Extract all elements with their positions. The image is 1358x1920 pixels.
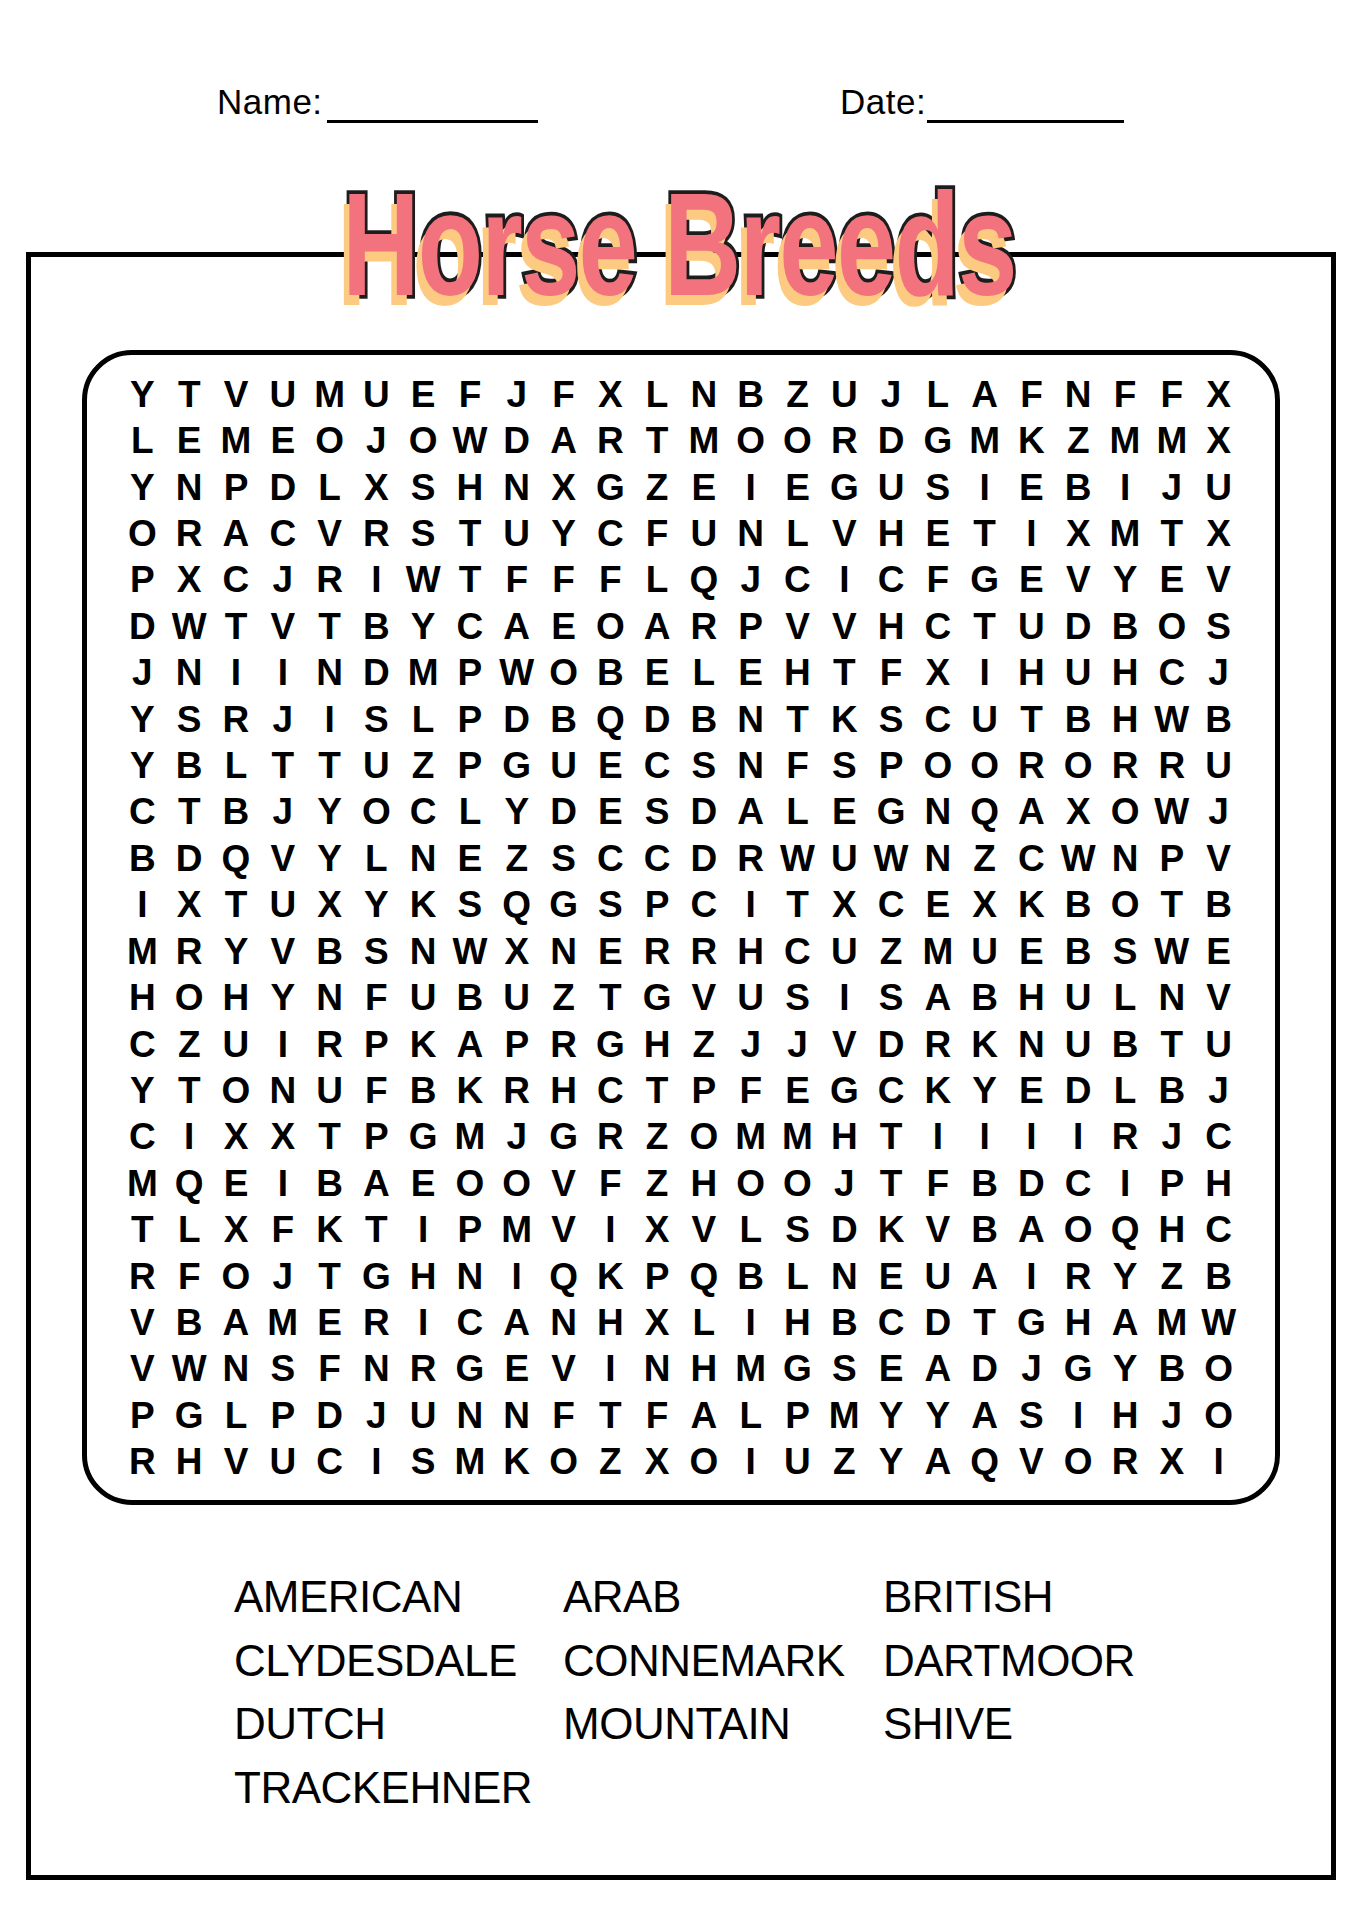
grid-cell[interactable]: T bbox=[306, 1253, 353, 1299]
grid-cell[interactable]: U bbox=[493, 510, 540, 556]
grid-cell[interactable]: L bbox=[727, 1392, 774, 1438]
grid-cell[interactable]: O bbox=[353, 789, 400, 835]
grid-cell[interactable]: Q bbox=[166, 1160, 213, 1206]
grid-cell[interactable]: H bbox=[166, 1439, 213, 1485]
grid-cell[interactable]: C bbox=[587, 1067, 634, 1113]
grid-cell[interactable]: J bbox=[727, 1021, 774, 1067]
grid-cell[interactable]: C bbox=[681, 882, 728, 928]
grid-cell[interactable]: U bbox=[259, 1439, 306, 1485]
grid-cell[interactable]: U bbox=[1055, 1021, 1102, 1067]
grid-cell[interactable]: G bbox=[914, 417, 961, 463]
grid-cell[interactable]: A bbox=[681, 1392, 728, 1438]
grid-cell[interactable]: Z bbox=[166, 1021, 213, 1067]
grid-cell[interactable]: P bbox=[447, 1207, 494, 1253]
grid-cell[interactable]: V bbox=[681, 1207, 728, 1253]
grid-cell[interactable]: F bbox=[447, 371, 494, 417]
grid-cell[interactable]: O bbox=[213, 1253, 260, 1299]
grid-cell[interactable]: R bbox=[1055, 1253, 1102, 1299]
grid-cell[interactable]: X bbox=[914, 650, 961, 696]
grid-cell[interactable]: N bbox=[540, 1299, 587, 1345]
grid-cell[interactable]: Z bbox=[774, 371, 821, 417]
grid-cell[interactable]: A bbox=[213, 510, 260, 556]
grid-cell[interactable]: C bbox=[868, 1299, 915, 1345]
grid-cell[interactable]: E bbox=[400, 371, 447, 417]
grid-cell[interactable]: A bbox=[634, 603, 681, 649]
grid-cell[interactable]: Z bbox=[587, 1439, 634, 1485]
grid-cell[interactable]: W bbox=[1148, 789, 1195, 835]
grid-cell[interactable]: Y bbox=[1102, 1346, 1149, 1392]
grid-cell[interactable]: J bbox=[1195, 789, 1242, 835]
grid-cell[interactable]: C bbox=[213, 557, 260, 603]
grid-cell[interactable]: I bbox=[259, 650, 306, 696]
grid-cell[interactable]: M bbox=[306, 371, 353, 417]
grid-cell[interactable]: O bbox=[166, 974, 213, 1020]
grid-cell[interactable]: X bbox=[166, 557, 213, 603]
grid-cell[interactable]: E bbox=[774, 1067, 821, 1113]
grid-cell[interactable]: R bbox=[119, 1439, 166, 1485]
grid-cell[interactable]: W bbox=[868, 835, 915, 881]
grid-cell[interactable]: T bbox=[868, 1160, 915, 1206]
grid-cell[interactable]: V bbox=[1195, 974, 1242, 1020]
grid-cell[interactable]: S bbox=[868, 696, 915, 742]
grid-cell[interactable]: K bbox=[1008, 882, 1055, 928]
grid-cell[interactable]: X bbox=[1055, 510, 1102, 556]
grid-cell[interactable]: O bbox=[914, 742, 961, 788]
grid-cell[interactable]: U bbox=[961, 696, 1008, 742]
grid-cell[interactable]: G bbox=[540, 882, 587, 928]
grid-cell[interactable]: O bbox=[400, 417, 447, 463]
grid-cell[interactable]: N bbox=[634, 1346, 681, 1392]
grid-cell[interactable]: H bbox=[868, 510, 915, 556]
grid-cell[interactable]: P bbox=[1148, 1160, 1195, 1206]
grid-cell[interactable]: C bbox=[774, 928, 821, 974]
grid-cell[interactable]: M bbox=[1102, 510, 1149, 556]
grid-cell[interactable]: K bbox=[400, 882, 447, 928]
grid-cell[interactable]: E bbox=[306, 1299, 353, 1345]
grid-cell[interactable]: O bbox=[306, 417, 353, 463]
grid-cell[interactable]: T bbox=[961, 603, 1008, 649]
grid-cell[interactable]: K bbox=[1008, 417, 1055, 463]
grid-cell[interactable]: N bbox=[681, 371, 728, 417]
grid-cell[interactable]: M bbox=[259, 1299, 306, 1345]
grid-cell[interactable]: Y bbox=[493, 789, 540, 835]
grid-cell[interactable]: W bbox=[774, 835, 821, 881]
grid-cell[interactable]: J bbox=[868, 371, 915, 417]
grid-cell[interactable]: I bbox=[1055, 1392, 1102, 1438]
grid-cell[interactable]: U bbox=[353, 371, 400, 417]
grid-cell[interactable]: D bbox=[868, 1021, 915, 1067]
grid-cell[interactable]: O bbox=[774, 1160, 821, 1206]
grid-cell[interactable]: O bbox=[727, 1160, 774, 1206]
grid-cell[interactable]: D bbox=[681, 789, 728, 835]
grid-cell[interactable]: J bbox=[259, 696, 306, 742]
grid-cell[interactable]: Q bbox=[1102, 1207, 1149, 1253]
grid-cell[interactable]: J bbox=[1148, 464, 1195, 510]
grid-cell[interactable]: T bbox=[1148, 1021, 1195, 1067]
grid-cell[interactable]: X bbox=[540, 464, 587, 510]
grid-cell[interactable]: S bbox=[821, 1346, 868, 1392]
grid-cell[interactable]: R bbox=[727, 835, 774, 881]
grid-cell[interactable]: P bbox=[353, 1114, 400, 1160]
grid-cell[interactable]: R bbox=[914, 1021, 961, 1067]
grid-cell[interactable]: R bbox=[1008, 742, 1055, 788]
grid-cell[interactable]: I bbox=[727, 1439, 774, 1485]
grid-cell[interactable]: H bbox=[1102, 1392, 1149, 1438]
grid-cell[interactable]: K bbox=[868, 1207, 915, 1253]
grid-cell[interactable]: Z bbox=[400, 742, 447, 788]
grid-cell[interactable]: R bbox=[587, 417, 634, 463]
grid-cell[interactable]: J bbox=[1008, 1346, 1055, 1392]
grid-cell[interactable]: R bbox=[353, 1299, 400, 1345]
grid-cell[interactable]: H bbox=[400, 1253, 447, 1299]
grid-cell[interactable]: N bbox=[259, 1067, 306, 1113]
grid-cell[interactable]: J bbox=[1195, 1067, 1242, 1113]
grid-cell[interactable]: F bbox=[1102, 371, 1149, 417]
grid-cell[interactable]: H bbox=[634, 1021, 681, 1067]
grid-cell[interactable]: M bbox=[119, 928, 166, 974]
grid-cell[interactable]: T bbox=[213, 603, 260, 649]
grid-cell[interactable]: E bbox=[166, 417, 213, 463]
grid-cell[interactable]: T bbox=[166, 371, 213, 417]
grid-cell[interactable]: B bbox=[1102, 1021, 1149, 1067]
grid-cell[interactable]: W bbox=[1148, 928, 1195, 974]
grid-cell[interactable]: P bbox=[868, 742, 915, 788]
grid-cell[interactable]: C bbox=[1195, 1114, 1242, 1160]
grid-cell[interactable]: G bbox=[1055, 1346, 1102, 1392]
grid-cell[interactable]: V bbox=[1195, 835, 1242, 881]
grid-cell[interactable]: T bbox=[634, 417, 681, 463]
grid-cell[interactable]: M bbox=[821, 1392, 868, 1438]
grid-cell[interactable]: V bbox=[821, 603, 868, 649]
grid-cell[interactable]: I bbox=[821, 974, 868, 1020]
grid-cell[interactable]: C bbox=[774, 557, 821, 603]
grid-cell[interactable]: W bbox=[1055, 835, 1102, 881]
grid-cell[interactable]: F bbox=[914, 1160, 961, 1206]
grid-cell[interactable]: I bbox=[493, 1253, 540, 1299]
grid-cell[interactable]: T bbox=[961, 1299, 1008, 1345]
grid-cell[interactable]: D bbox=[914, 1299, 961, 1345]
grid-cell[interactable]: Q bbox=[961, 1439, 1008, 1485]
grid-cell[interactable]: P bbox=[259, 1392, 306, 1438]
grid-cell[interactable]: P bbox=[353, 1021, 400, 1067]
grid-cell[interactable]: L bbox=[634, 371, 681, 417]
grid-cell[interactable]: F bbox=[1148, 371, 1195, 417]
grid-cell[interactable]: G bbox=[493, 742, 540, 788]
grid-cell[interactable]: X bbox=[1195, 417, 1242, 463]
grid-cell[interactable]: J bbox=[1195, 650, 1242, 696]
grid-cell[interactable]: T bbox=[774, 882, 821, 928]
grid-cell[interactable]: J bbox=[821, 1160, 868, 1206]
grid-cell[interactable]: E bbox=[587, 742, 634, 788]
grid-cell[interactable]: C bbox=[1055, 1160, 1102, 1206]
grid-cell[interactable]: B bbox=[1148, 1067, 1195, 1113]
grid-cell[interactable]: Y bbox=[540, 510, 587, 556]
grid-cell[interactable]: K bbox=[447, 1067, 494, 1113]
grid-cell[interactable]: G bbox=[447, 1346, 494, 1392]
grid-cell[interactable]: R bbox=[1102, 1439, 1149, 1485]
grid-cell[interactable]: F bbox=[774, 742, 821, 788]
grid-cell[interactable]: X bbox=[634, 1207, 681, 1253]
grid-cell[interactable]: V bbox=[914, 1207, 961, 1253]
grid-cell[interactable]: O bbox=[727, 417, 774, 463]
grid-cell[interactable]: C bbox=[634, 835, 681, 881]
grid-cell[interactable]: B bbox=[961, 1160, 1008, 1206]
grid-cell[interactable]: T bbox=[821, 650, 868, 696]
grid-cell[interactable]: T bbox=[587, 974, 634, 1020]
grid-cell[interactable]: D bbox=[961, 1346, 1008, 1392]
grid-cell[interactable]: W bbox=[1148, 696, 1195, 742]
grid-cell[interactable]: Y bbox=[400, 603, 447, 649]
grid-cell[interactable]: N bbox=[727, 510, 774, 556]
grid-cell[interactable]: W bbox=[447, 417, 494, 463]
grid-cell[interactable]: T bbox=[306, 603, 353, 649]
grid-cell[interactable]: I bbox=[1008, 1253, 1055, 1299]
grid-cell[interactable]: B bbox=[681, 696, 728, 742]
grid-cell[interactable]: M bbox=[1148, 417, 1195, 463]
grid-cell[interactable]: D bbox=[259, 464, 306, 510]
grid-cell[interactable]: P bbox=[681, 1067, 728, 1113]
grid-cell[interactable]: H bbox=[1102, 696, 1149, 742]
grid-cell[interactable]: F bbox=[540, 557, 587, 603]
grid-cell[interactable]: Z bbox=[681, 1021, 728, 1067]
grid-cell[interactable]: Y bbox=[914, 1392, 961, 1438]
grid-cell[interactable]: E bbox=[400, 1160, 447, 1206]
grid-cell[interactable]: N bbox=[914, 835, 961, 881]
grid-cell[interactable]: R bbox=[821, 417, 868, 463]
grid-cell[interactable]: S bbox=[914, 464, 961, 510]
grid-cell[interactable]: D bbox=[493, 696, 540, 742]
grid-cell[interactable]: I bbox=[1008, 510, 1055, 556]
grid-cell[interactable]: J bbox=[774, 1021, 821, 1067]
grid-cell[interactable]: W bbox=[400, 557, 447, 603]
grid-cell[interactable]: C bbox=[634, 742, 681, 788]
grid-cell[interactable]: G bbox=[540, 1114, 587, 1160]
grid-cell[interactable]: G bbox=[587, 464, 634, 510]
grid-cell[interactable]: A bbox=[353, 1160, 400, 1206]
grid-cell[interactable]: H bbox=[1008, 974, 1055, 1020]
grid-cell[interactable]: Y bbox=[213, 928, 260, 974]
grid-cell[interactable]: C bbox=[447, 603, 494, 649]
grid-cell[interactable]: I bbox=[353, 557, 400, 603]
grid-cell[interactable]: B bbox=[306, 928, 353, 974]
grid-cell[interactable]: P bbox=[634, 1253, 681, 1299]
grid-cell[interactable]: U bbox=[821, 928, 868, 974]
grid-cell[interactable]: T bbox=[961, 510, 1008, 556]
grid-cell[interactable]: V bbox=[1055, 557, 1102, 603]
grid-cell[interactable]: R bbox=[634, 928, 681, 974]
grid-cell[interactable]: X bbox=[1148, 1439, 1195, 1485]
grid-cell[interactable]: X bbox=[1195, 371, 1242, 417]
grid-cell[interactable]: M bbox=[961, 417, 1008, 463]
grid-cell[interactable]: H bbox=[681, 1346, 728, 1392]
grid-cell[interactable]: N bbox=[1102, 835, 1149, 881]
grid-cell[interactable]: Q bbox=[493, 882, 540, 928]
grid-cell[interactable]: X bbox=[259, 1114, 306, 1160]
grid-cell[interactable]: U bbox=[1195, 1021, 1242, 1067]
grid-cell[interactable]: P bbox=[119, 557, 166, 603]
grid-cell[interactable]: S bbox=[353, 696, 400, 742]
grid-cell[interactable]: V bbox=[259, 603, 306, 649]
grid-cell[interactable]: E bbox=[493, 1346, 540, 1392]
grid-cell[interactable]: D bbox=[1055, 1067, 1102, 1113]
grid-cell[interactable]: M bbox=[447, 1439, 494, 1485]
grid-cell[interactable]: O bbox=[493, 1160, 540, 1206]
grid-cell[interactable]: B bbox=[1195, 696, 1242, 742]
grid-cell[interactable]: V bbox=[1195, 557, 1242, 603]
grid-cell[interactable]: I bbox=[587, 1207, 634, 1253]
name-input-line[interactable] bbox=[327, 120, 538, 123]
grid-cell[interactable]: E bbox=[868, 1253, 915, 1299]
grid-cell[interactable]: E bbox=[540, 603, 587, 649]
grid-cell[interactable]: E bbox=[868, 1346, 915, 1392]
grid-cell[interactable]: Y bbox=[259, 974, 306, 1020]
grid-cell[interactable]: F bbox=[540, 371, 587, 417]
grid-cell[interactable]: V bbox=[540, 1346, 587, 1392]
grid-cell[interactable]: X bbox=[587, 371, 634, 417]
grid-cell[interactable]: P bbox=[447, 650, 494, 696]
grid-cell[interactable]: H bbox=[1008, 650, 1055, 696]
grid-cell[interactable]: L bbox=[353, 835, 400, 881]
grid-cell[interactable]: K bbox=[821, 696, 868, 742]
grid-cell[interactable]: V bbox=[821, 1021, 868, 1067]
grid-cell[interactable]: Q bbox=[213, 835, 260, 881]
grid-cell[interactable]: V bbox=[681, 974, 728, 1020]
grid-cell[interactable]: S bbox=[821, 742, 868, 788]
grid-cell[interactable]: Y bbox=[1102, 1253, 1149, 1299]
grid-cell[interactable]: B bbox=[119, 835, 166, 881]
grid-cell[interactable]: N bbox=[400, 928, 447, 974]
grid-cell[interactable]: U bbox=[821, 835, 868, 881]
grid-cell[interactable]: E bbox=[587, 789, 634, 835]
grid-cell[interactable]: E bbox=[681, 464, 728, 510]
grid-cell[interactable]: T bbox=[119, 1207, 166, 1253]
grid-cell[interactable]: T bbox=[353, 1207, 400, 1253]
grid-cell[interactable]: R bbox=[1102, 1114, 1149, 1160]
grid-cell[interactable]: V bbox=[540, 1207, 587, 1253]
grid-cell[interactable]: I bbox=[213, 650, 260, 696]
grid-cell[interactable]: L bbox=[774, 789, 821, 835]
grid-cell[interactable]: O bbox=[1195, 1346, 1242, 1392]
grid-cell[interactable]: V bbox=[259, 835, 306, 881]
grid-cell[interactable]: S bbox=[681, 742, 728, 788]
grid-cell[interactable]: L bbox=[727, 1207, 774, 1253]
grid-cell[interactable]: N bbox=[447, 1392, 494, 1438]
grid-cell[interactable]: H bbox=[868, 603, 915, 649]
grid-cell[interactable]: T bbox=[447, 510, 494, 556]
grid-cell[interactable]: U bbox=[259, 882, 306, 928]
grid-cell[interactable]: F bbox=[727, 1067, 774, 1113]
grid-cell[interactable]: U bbox=[821, 371, 868, 417]
grid-cell[interactable]: O bbox=[1102, 882, 1149, 928]
grid-cell[interactable]: B bbox=[166, 1299, 213, 1345]
grid-cell[interactable]: N bbox=[400, 835, 447, 881]
grid-cell[interactable]: I bbox=[727, 882, 774, 928]
grid-cell[interactable]: Q bbox=[540, 1253, 587, 1299]
grid-cell[interactable]: I bbox=[961, 1114, 1008, 1160]
grid-cell[interactable]: H bbox=[447, 464, 494, 510]
grid-cell[interactable]: I bbox=[353, 1439, 400, 1485]
grid-cell[interactable]: G bbox=[961, 557, 1008, 603]
grid-cell[interactable]: Y bbox=[353, 882, 400, 928]
grid-cell[interactable]: L bbox=[1102, 1067, 1149, 1113]
grid-cell[interactable]: A bbox=[961, 1253, 1008, 1299]
grid-cell[interactable]: U bbox=[400, 974, 447, 1020]
grid-cell[interactable]: W bbox=[447, 928, 494, 974]
grid-cell[interactable]: U bbox=[914, 1253, 961, 1299]
grid-cell[interactable]: I bbox=[727, 464, 774, 510]
grid-cell[interactable]: B bbox=[1195, 882, 1242, 928]
grid-cell[interactable]: M bbox=[774, 1114, 821, 1160]
grid-cell[interactable]: U bbox=[868, 464, 915, 510]
grid-cell[interactable]: Q bbox=[681, 557, 728, 603]
grid-cell[interactable]: L bbox=[681, 650, 728, 696]
grid-cell[interactable]: T bbox=[306, 742, 353, 788]
grid-cell[interactable]: S bbox=[634, 789, 681, 835]
grid-cell[interactable]: R bbox=[681, 928, 728, 974]
grid-cell[interactable]: P bbox=[727, 603, 774, 649]
grid-cell[interactable]: C bbox=[119, 1114, 166, 1160]
grid-cell[interactable]: D bbox=[868, 417, 915, 463]
grid-cell[interactable]: A bbox=[493, 603, 540, 649]
grid-cell[interactable]: I bbox=[1102, 464, 1149, 510]
grid-cell[interactable]: H bbox=[119, 974, 166, 1020]
grid-cell[interactable]: J bbox=[493, 1114, 540, 1160]
grid-cell[interactable]: O bbox=[1055, 1439, 1102, 1485]
grid-cell[interactable]: E bbox=[1008, 464, 1055, 510]
grid-cell[interactable]: A bbox=[1102, 1299, 1149, 1345]
grid-cell[interactable]: B bbox=[1055, 928, 1102, 974]
grid-cell[interactable]: T bbox=[166, 789, 213, 835]
grid-cell[interactable]: F bbox=[259, 1207, 306, 1253]
grid-cell[interactable]: I bbox=[1055, 1114, 1102, 1160]
grid-cell[interactable]: O bbox=[1102, 789, 1149, 835]
grid-cell[interactable]: F bbox=[493, 557, 540, 603]
grid-cell[interactable]: Z bbox=[634, 1160, 681, 1206]
grid-cell[interactable]: U bbox=[1195, 742, 1242, 788]
grid-cell[interactable]: T bbox=[213, 882, 260, 928]
grid-cell[interactable]: L bbox=[166, 1207, 213, 1253]
grid-cell[interactable]: Z bbox=[634, 464, 681, 510]
grid-cell[interactable]: N bbox=[493, 1392, 540, 1438]
grid-cell[interactable]: N bbox=[213, 1346, 260, 1392]
grid-cell[interactable]: H bbox=[213, 974, 260, 1020]
grid-cell[interactable]: H bbox=[821, 1114, 868, 1160]
grid-cell[interactable]: M bbox=[119, 1160, 166, 1206]
grid-cell[interactable]: E bbox=[1008, 928, 1055, 974]
grid-cell[interactable]: D bbox=[540, 789, 587, 835]
grid-cell[interactable]: C bbox=[119, 789, 166, 835]
grid-cell[interactable]: Y bbox=[868, 1439, 915, 1485]
grid-cell[interactable]: S bbox=[540, 835, 587, 881]
grid-cell[interactable]: U bbox=[259, 371, 306, 417]
grid-cell[interactable]: C bbox=[259, 510, 306, 556]
grid-cell[interactable]: E bbox=[1008, 1067, 1055, 1113]
grid-cell[interactable]: W bbox=[1195, 1299, 1242, 1345]
grid-cell[interactable]: Z bbox=[961, 835, 1008, 881]
grid-cell[interactable]: R bbox=[166, 928, 213, 974]
grid-cell[interactable]: K bbox=[587, 1253, 634, 1299]
grid-cell[interactable]: C bbox=[1148, 650, 1195, 696]
grid-cell[interactable]: I bbox=[961, 650, 1008, 696]
grid-cell[interactable]: Y bbox=[306, 789, 353, 835]
grid-cell[interactable]: B bbox=[1055, 464, 1102, 510]
grid-cell[interactable]: S bbox=[1195, 603, 1242, 649]
grid-cell[interactable]: Z bbox=[634, 1114, 681, 1160]
grid-cell[interactable]: M bbox=[493, 1207, 540, 1253]
grid-cell[interactable]: Q bbox=[681, 1253, 728, 1299]
grid-cell[interactable]: S bbox=[447, 882, 494, 928]
grid-cell[interactable]: G bbox=[821, 464, 868, 510]
